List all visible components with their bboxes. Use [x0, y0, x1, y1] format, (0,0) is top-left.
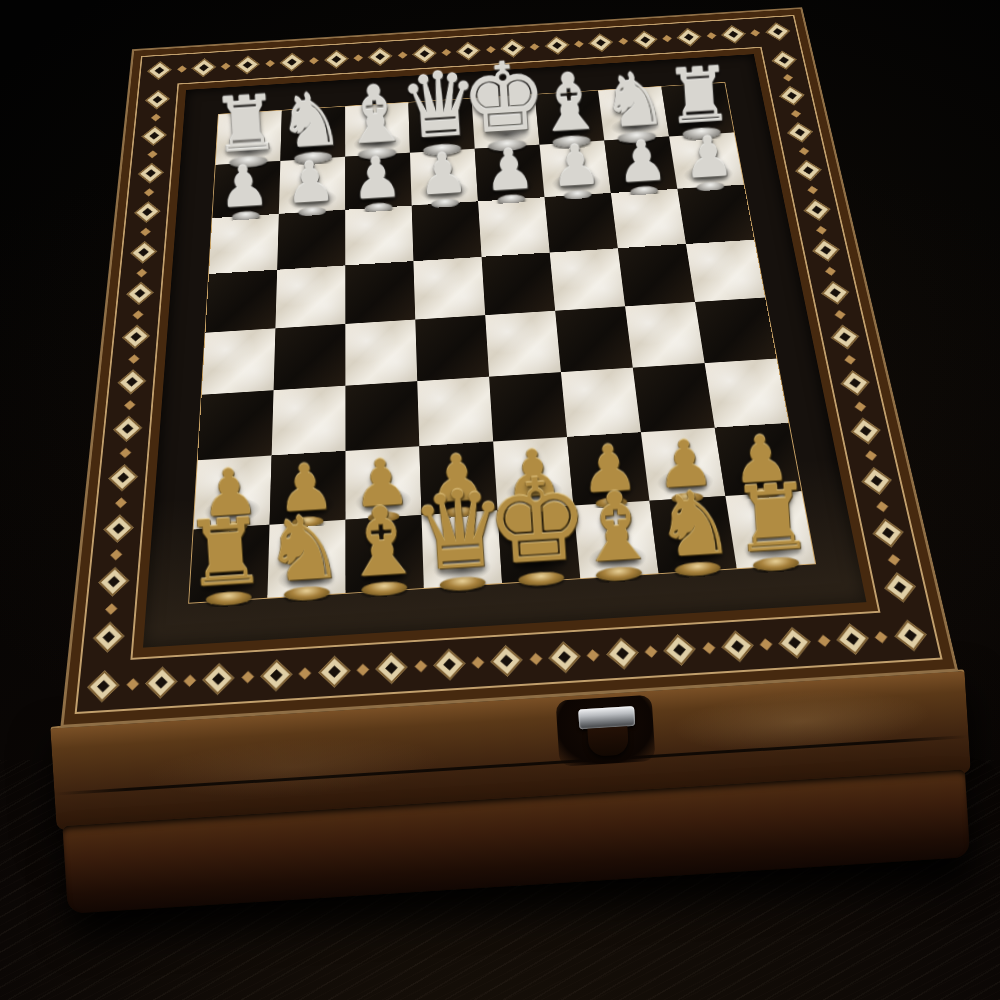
inlay-diamond-icon — [840, 371, 869, 396]
inlay-dot-icon — [587, 649, 600, 661]
inlay-diamond-icon — [606, 637, 638, 668]
inlay-dot-icon — [357, 663, 370, 675]
inlay-dot-icon — [760, 638, 773, 650]
inlay-diamond-icon — [500, 39, 524, 57]
inlay-diamond-icon — [203, 663, 235, 695]
inlay-diamond-icon — [633, 30, 657, 48]
inlay-diamond-icon — [113, 416, 142, 442]
inlay-dot-icon — [865, 450, 877, 461]
inlay-dot-icon — [807, 186, 817, 194]
inlay-dot-icon — [706, 32, 716, 39]
inlay-dot-icon — [702, 641, 715, 653]
inlay-dot-icon — [825, 267, 836, 276]
inlay-diamond-icon — [850, 418, 879, 445]
inlay-dot-icon — [177, 65, 187, 72]
inlay-dot-icon — [353, 54, 363, 61]
inlay-diamond-icon — [433, 648, 465, 680]
inlay-dot-icon — [398, 51, 408, 58]
inlay-dot-icon — [486, 46, 496, 53]
inlay-diamond-icon — [491, 645, 523, 677]
inlay-diamond-icon — [721, 630, 753, 661]
inlay-diamond-icon — [894, 619, 926, 650]
inlay-diamond-icon — [93, 622, 124, 653]
inlay-diamond-icon — [192, 58, 216, 77]
inlay-dot-icon — [662, 35, 672, 42]
inlay-diamond-icon — [872, 519, 903, 548]
inlay-dot-icon — [126, 678, 139, 690]
inlay-diamond-icon — [549, 641, 581, 673]
inlay-diamond-icon — [138, 163, 164, 184]
inlay-dot-icon — [151, 114, 161, 122]
inlay-dot-icon — [241, 670, 254, 682]
inlay-diamond-icon — [122, 325, 150, 349]
inlay-dot-icon — [876, 501, 888, 512]
inlay-diamond-icon — [145, 90, 170, 109]
inlay-dot-icon — [887, 554, 899, 566]
inlay-dot-icon — [844, 355, 855, 365]
inlay-dot-icon — [834, 310, 845, 319]
inlay-diamond-icon — [324, 50, 348, 69]
inlay-dot-icon — [817, 634, 830, 646]
inlay-dot-icon — [136, 268, 147, 277]
inlay-diamond-icon — [821, 281, 849, 305]
inlay-dot-icon — [105, 603, 117, 615]
inlay-dot-icon — [875, 631, 888, 643]
inlay-diamond-icon — [376, 652, 408, 684]
inlay-dot-icon — [119, 448, 130, 458]
inlay-dot-icon — [309, 57, 319, 64]
inlay-dot-icon — [799, 147, 809, 155]
inlay-diamond-icon — [318, 655, 350, 687]
inlay-diamond-icon — [126, 282, 153, 305]
inlay-diamond-icon — [88, 670, 120, 702]
inlay-dot-icon — [530, 43, 540, 50]
inlay-dot-icon — [645, 645, 658, 657]
inlay-diamond-icon — [837, 623, 869, 654]
inlay-dot-icon — [115, 498, 127, 509]
inlay-dot-icon — [140, 227, 150, 236]
inlay-diamond-icon — [108, 464, 137, 491]
inlay-diamond-icon — [117, 370, 145, 395]
inlay-diamond-icon — [103, 515, 133, 543]
inlay-diamond-icon — [147, 61, 171, 80]
inlay-diamond-icon — [134, 201, 160, 222]
board-scene: ♜♞♝♛♚♝♞♜♟♟♟♟♟♟♟♟♟♟♟♟♟♟♟♟♜♞♝♛♚♝♞♜ — [16, 0, 962, 788]
inlay-diamond-icon — [830, 325, 858, 349]
chess-box: ♜♞♝♛♚♝♞♜♟♟♟♟♟♟♟♟♟♟♟♟♟♟♟♟♜♞♝♛♚♝♞♜ — [0, 0, 1000, 1000]
inlay-dot-icon — [529, 652, 542, 664]
inlay-diamond-icon — [795, 160, 821, 181]
inlay-dot-icon — [854, 402, 865, 412]
inlay-dot-icon — [414, 660, 427, 672]
inlay-dot-icon — [124, 400, 135, 410]
inlay-diamond-icon — [545, 36, 569, 54]
inlay-diamond-icon — [130, 241, 157, 263]
inlay-diamond-icon — [280, 53, 304, 72]
inlay-diamond-icon — [812, 239, 839, 262]
inlay-diamond-icon — [721, 25, 745, 43]
inlay-diamond-icon — [779, 627, 811, 658]
inlay-diamond-icon — [677, 28, 701, 46]
inlay-diamond-icon — [803, 199, 830, 221]
inlay-diamond-icon — [141, 126, 166, 146]
inlay-diamond-icon — [765, 22, 789, 40]
pinstripe-frame — [188, 82, 816, 604]
photo-stage: ♜♞♝♛♚♝♞♜♟♟♟♟♟♟♟♟♟♟♟♟♟♟♟♟♜♞♝♛♚♝♞♜ — [0, 0, 1000, 1000]
inlay-dot-icon — [574, 40, 584, 47]
inlay-diamond-icon — [236, 55, 260, 74]
inlay-dot-icon — [816, 226, 827, 235]
inlay-diamond-icon — [589, 33, 613, 51]
inlay-dot-icon — [184, 674, 197, 686]
board-face — [60, 7, 958, 728]
inlay-diamond-icon — [884, 572, 915, 602]
inlay-dot-icon — [618, 37, 628, 44]
inlay-diamond-icon — [145, 666, 177, 698]
inlay-dot-icon — [128, 355, 139, 365]
inlay-dot-icon — [144, 188, 154, 196]
inlay-diamond-icon — [260, 659, 292, 691]
inlay-dot-icon — [790, 110, 800, 118]
inlay-diamond-icon — [368, 47, 392, 66]
chess-board: ♜♞♝♛♚♝♞♜♟♟♟♟♟♟♟♟♟♟♟♟♟♟♟♟♜♞♝♛♚♝♞♜ — [60, 7, 958, 728]
inlay-dot-icon — [751, 29, 761, 36]
inlay-dot-icon — [110, 549, 122, 560]
inlay-diamond-icon — [456, 42, 480, 61]
inlay-diamond-icon — [787, 122, 813, 142]
inlay-diamond-icon — [98, 567, 129, 596]
inlay-dot-icon — [472, 656, 485, 668]
inlay-dot-icon — [221, 62, 231, 69]
inlay-dot-icon — [442, 48, 452, 55]
inlay-diamond-icon — [771, 51, 796, 70]
inlay-dot-icon — [783, 74, 793, 82]
inlay-dot-icon — [299, 667, 312, 679]
inlay-dot-icon — [147, 150, 157, 158]
inlay-diamond-icon — [412, 44, 436, 63]
inlay-dot-icon — [265, 60, 275, 67]
inlay-diamond-icon — [861, 467, 891, 495]
inlay-dot-icon — [132, 311, 143, 320]
inlay-diamond-icon — [664, 634, 696, 665]
inlay-diamond-icon — [779, 86, 804, 106]
